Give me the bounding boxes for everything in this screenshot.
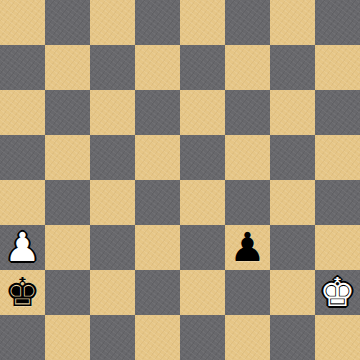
square-f8[interactable] [225, 0, 270, 45]
square-h1[interactable] [315, 315, 360, 360]
square-d6[interactable] [135, 90, 180, 135]
square-c6[interactable] [90, 90, 135, 135]
square-f4[interactable] [225, 180, 270, 225]
square-g2[interactable] [270, 270, 315, 315]
square-c1[interactable] [90, 315, 135, 360]
square-d1[interactable] [135, 315, 180, 360]
square-b2[interactable] [45, 270, 90, 315]
square-e1[interactable] [180, 315, 225, 360]
square-a2[interactable]: ♚ [0, 270, 45, 315]
square-a7[interactable] [0, 45, 45, 90]
square-c2[interactable] [90, 270, 135, 315]
square-g3[interactable] [270, 225, 315, 270]
square-a1[interactable] [0, 315, 45, 360]
square-e5[interactable] [180, 135, 225, 180]
square-h5[interactable] [315, 135, 360, 180]
square-e2[interactable] [180, 270, 225, 315]
white-king[interactable]: ♚ [320, 270, 356, 315]
square-h7[interactable] [315, 45, 360, 90]
square-d8[interactable] [135, 0, 180, 45]
white-pawn[interactable]: ♟ [5, 225, 41, 270]
chess-board: ♟♟♚♚ [0, 0, 360, 360]
square-f7[interactable] [225, 45, 270, 90]
square-h6[interactable] [315, 90, 360, 135]
square-a4[interactable] [0, 180, 45, 225]
square-f5[interactable] [225, 135, 270, 180]
square-b6[interactable] [45, 90, 90, 135]
square-e4[interactable] [180, 180, 225, 225]
square-g7[interactable] [270, 45, 315, 90]
square-d5[interactable] [135, 135, 180, 180]
square-d7[interactable] [135, 45, 180, 90]
square-f6[interactable] [225, 90, 270, 135]
square-d2[interactable] [135, 270, 180, 315]
black-king[interactable]: ♚ [5, 270, 41, 315]
square-b4[interactable] [45, 180, 90, 225]
square-e6[interactable] [180, 90, 225, 135]
square-h3[interactable] [315, 225, 360, 270]
square-h8[interactable] [315, 0, 360, 45]
square-d4[interactable] [135, 180, 180, 225]
square-b8[interactable] [45, 0, 90, 45]
square-f1[interactable] [225, 315, 270, 360]
square-c3[interactable] [90, 225, 135, 270]
square-d3[interactable] [135, 225, 180, 270]
square-a8[interactable] [0, 0, 45, 45]
square-b5[interactable] [45, 135, 90, 180]
square-h2[interactable]: ♚ [315, 270, 360, 315]
square-b7[interactable] [45, 45, 90, 90]
square-c7[interactable] [90, 45, 135, 90]
square-e3[interactable] [180, 225, 225, 270]
square-b1[interactable] [45, 315, 90, 360]
square-g5[interactable] [270, 135, 315, 180]
square-c5[interactable] [90, 135, 135, 180]
square-a5[interactable] [0, 135, 45, 180]
square-a6[interactable] [0, 90, 45, 135]
square-c8[interactable] [90, 0, 135, 45]
square-f3[interactable]: ♟ [225, 225, 270, 270]
square-h4[interactable] [315, 180, 360, 225]
square-g6[interactable] [270, 90, 315, 135]
square-f2[interactable] [225, 270, 270, 315]
square-g1[interactable] [270, 315, 315, 360]
square-a3[interactable]: ♟ [0, 225, 45, 270]
square-e7[interactable] [180, 45, 225, 90]
square-b3[interactable] [45, 225, 90, 270]
square-e8[interactable] [180, 0, 225, 45]
square-g8[interactable] [270, 0, 315, 45]
square-c4[interactable] [90, 180, 135, 225]
square-g4[interactable] [270, 180, 315, 225]
chess-app-window: ♟♟♚♚ [0, 0, 360, 360]
black-pawn[interactable]: ♟ [230, 225, 266, 270]
